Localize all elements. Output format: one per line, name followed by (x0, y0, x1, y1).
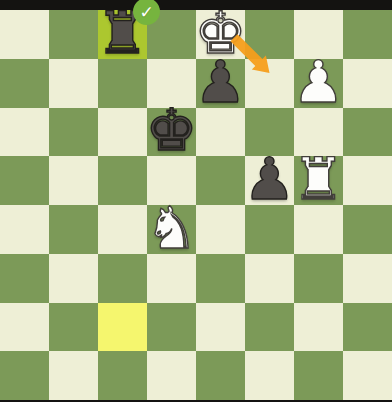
square-a8[interactable] (0, 10, 49, 59)
square-c4[interactable] (98, 205, 147, 254)
white-pawn-g7[interactable]: ♟ (294, 59, 343, 108)
square-c7[interactable] (98, 59, 147, 108)
square-g7[interactable]: ♟ (294, 59, 343, 108)
white-knight-d4[interactable]: ♞ (147, 205, 196, 254)
square-d1[interactable] (147, 351, 196, 400)
square-g2[interactable] (294, 303, 343, 352)
square-f1[interactable] (245, 351, 294, 400)
black-king-d6[interactable]: ♚ (147, 108, 196, 157)
square-e7[interactable]: ♟ (196, 59, 245, 108)
square-f2[interactable] (245, 303, 294, 352)
square-f4[interactable] (245, 205, 294, 254)
square-a3[interactable] (0, 254, 49, 303)
square-e5[interactable] (196, 156, 245, 205)
square-h6[interactable] (343, 108, 392, 157)
checkmark-icon: ✓ (139, 2, 153, 22)
square-e6[interactable] (196, 108, 245, 157)
square-b7[interactable] (49, 59, 98, 108)
square-h8[interactable] (343, 10, 392, 59)
square-c5[interactable] (98, 156, 147, 205)
square-f8[interactable] (245, 10, 294, 59)
square-h2[interactable] (343, 303, 392, 352)
square-b2[interactable] (49, 303, 98, 352)
square-g3[interactable] (294, 254, 343, 303)
square-c6[interactable] (98, 108, 147, 157)
square-b6[interactable] (49, 108, 98, 157)
square-d3[interactable] (147, 254, 196, 303)
screen: { "game": "chess", "position": { "fen": … (0, 0, 392, 402)
square-f7[interactable] (245, 59, 294, 108)
square-f5[interactable]: ♟ (245, 156, 294, 205)
square-b8[interactable] (49, 10, 98, 59)
square-h7[interactable] (343, 59, 392, 108)
square-d2[interactable] (147, 303, 196, 352)
square-h4[interactable] (343, 205, 392, 254)
square-a5[interactable] (0, 156, 49, 205)
square-f3[interactable] (245, 254, 294, 303)
square-c3[interactable] (98, 254, 147, 303)
square-b5[interactable] (49, 156, 98, 205)
square-h5[interactable] (343, 156, 392, 205)
chess-board: ♜♚♟♟♚♟♜♞ (0, 10, 392, 400)
square-d6[interactable]: ♚ (147, 108, 196, 157)
square-h1[interactable] (343, 351, 392, 400)
square-g5[interactable]: ♜ (294, 156, 343, 205)
square-e2[interactable] (196, 303, 245, 352)
black-pawn-f5[interactable]: ♟ (245, 156, 294, 205)
white-rook-g5[interactable]: ♜ (294, 156, 343, 205)
square-b3[interactable] (49, 254, 98, 303)
square-c1[interactable] (98, 351, 147, 400)
square-a7[interactable] (0, 59, 49, 108)
square-a6[interactable] (0, 108, 49, 157)
square-d4[interactable]: ♞ (147, 205, 196, 254)
square-a4[interactable] (0, 205, 49, 254)
square-g1[interactable] (294, 351, 343, 400)
square-e4[interactable] (196, 205, 245, 254)
square-b4[interactable] (49, 205, 98, 254)
square-b1[interactable] (49, 351, 98, 400)
black-pawn-e7[interactable]: ♟ (196, 59, 245, 108)
square-c2[interactable] (98, 303, 147, 352)
square-e3[interactable] (196, 254, 245, 303)
square-g4[interactable] (294, 205, 343, 254)
square-a2[interactable] (0, 303, 49, 352)
square-a1[interactable] (0, 351, 49, 400)
square-h3[interactable] (343, 254, 392, 303)
square-e1[interactable] (196, 351, 245, 400)
